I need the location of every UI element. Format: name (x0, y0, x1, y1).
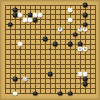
black-stone (83, 81, 88, 86)
black-stone (13, 76, 18, 81)
black-stone (33, 17, 38, 22)
star-point (49, 48, 51, 50)
white-stone (38, 12, 43, 17)
black-stone (68, 42, 73, 47)
white-stone (83, 71, 88, 76)
grid-line-vertical (45, 5, 46, 94)
black-stone (8, 22, 13, 27)
star-point (19, 19, 21, 21)
black-stone (83, 12, 88, 17)
black-stone (53, 42, 58, 47)
white-stone (13, 91, 18, 96)
move-number-label: 7 (84, 28, 86, 31)
grid-line-vertical (10, 5, 11, 94)
grid-line-horizontal (5, 88, 96, 89)
white-stone: 7 (83, 27, 88, 32)
grid-line-horizontal (5, 93, 96, 94)
grid-line-vertical (65, 5, 66, 94)
white-stone (68, 17, 73, 22)
grid-line-horizontal (5, 64, 96, 65)
star-point (79, 19, 81, 21)
white-stone (23, 76, 28, 81)
go-board[interactable]: 95713 (0, 0, 100, 100)
white-stone (68, 8, 73, 13)
black-stone (43, 37, 48, 42)
grid-line-horizontal (5, 59, 96, 60)
black-stone (73, 32, 78, 37)
white-stone (18, 42, 23, 47)
move-number-label: 3 (84, 48, 86, 51)
grid-line-vertical (90, 5, 91, 94)
black-stone (83, 3, 88, 8)
black-stone (33, 91, 38, 96)
white-stone: 3 (83, 47, 88, 52)
grid-line-vertical (95, 5, 96, 94)
grid-line-horizontal (5, 68, 96, 69)
grid-line-vertical (5, 5, 6, 94)
star-point (49, 78, 51, 80)
grid-line-horizontal (5, 39, 96, 40)
black-stone (68, 91, 73, 96)
grid-line-horizontal (5, 54, 96, 55)
grid-line-vertical (40, 5, 41, 94)
move-number-label: 5 (79, 28, 81, 31)
star-point (79, 78, 81, 80)
black-stone (58, 91, 63, 96)
grid-line-vertical (60, 5, 61, 94)
move-number-label: 9 (59, 28, 61, 31)
grid-line-horizontal (5, 9, 96, 10)
star-point (19, 48, 21, 50)
grid-line-vertical (55, 5, 56, 94)
grid-line-vertical (75, 5, 76, 94)
grid-line-horizontal (5, 34, 96, 35)
star-point (49, 19, 51, 21)
white-stone: 9 (58, 27, 63, 32)
white-stone (28, 17, 33, 22)
white-stone (18, 12, 23, 17)
star-point (19, 78, 21, 80)
move-number-label: 1 (79, 48, 81, 51)
black-stone (48, 71, 53, 76)
